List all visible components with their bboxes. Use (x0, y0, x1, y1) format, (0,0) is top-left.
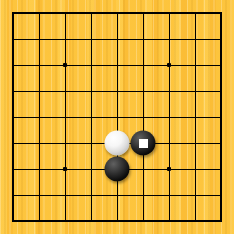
white-stone (105, 131, 130, 156)
goban-board[interactable] (0, 0, 234, 234)
board-grid-lines (13, 13, 222, 222)
black-stone (131, 131, 156, 156)
black-stone (105, 157, 130, 182)
star-point (167, 167, 171, 171)
last-move-square-marker-icon (139, 139, 148, 148)
star-point (63, 167, 67, 171)
board-border (12, 12, 222, 222)
star-point (167, 63, 171, 67)
star-point (63, 63, 67, 67)
